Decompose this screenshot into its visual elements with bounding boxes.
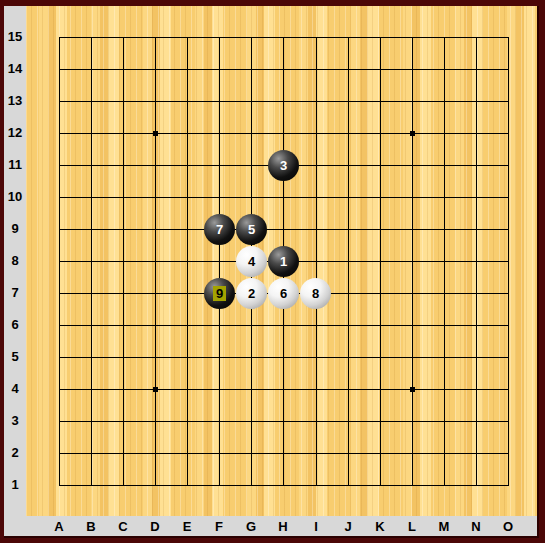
column-label: A bbox=[49, 519, 69, 534]
grid-line-vertical bbox=[508, 37, 509, 486]
move-4-white-stone: 4 bbox=[236, 246, 267, 277]
move-number: 7 bbox=[216, 223, 223, 236]
column-label: K bbox=[370, 519, 390, 534]
row-label: 13 bbox=[4, 93, 26, 108]
column-label: J bbox=[338, 519, 358, 534]
column-label: N bbox=[466, 519, 486, 534]
row-label: 8 bbox=[4, 253, 26, 268]
move-3-black-stone: 3 bbox=[268, 150, 299, 181]
grid-line-vertical bbox=[316, 37, 317, 486]
row-label: 4 bbox=[4, 381, 26, 396]
move-number: 8 bbox=[312, 287, 319, 300]
move-number: 6 bbox=[280, 287, 287, 300]
column-label: G bbox=[241, 519, 261, 534]
column-label: I bbox=[306, 519, 326, 534]
column-label: M bbox=[434, 519, 454, 534]
move-number: 4 bbox=[248, 255, 255, 268]
grid-line-horizontal bbox=[59, 229, 509, 230]
move-number: 5 bbox=[248, 223, 255, 236]
move-5-black-stone: 5 bbox=[236, 214, 267, 245]
move-1-black-stone: 1 bbox=[268, 246, 299, 277]
column-label: E bbox=[177, 519, 197, 534]
grid-line-vertical bbox=[380, 37, 381, 486]
move-2-white-stone: 2 bbox=[236, 278, 267, 309]
row-label: 11 bbox=[4, 157, 26, 172]
last-move-number-highlight: 9 bbox=[213, 286, 226, 301]
move-number: 1 bbox=[280, 255, 287, 268]
row-label: 9 bbox=[4, 221, 26, 236]
star-point bbox=[153, 131, 158, 136]
grid-line-horizontal bbox=[59, 37, 509, 38]
go-board-window: 123456789 151413121110987654321ABCDEFGHI… bbox=[0, 0, 545, 543]
row-label: 5 bbox=[4, 349, 26, 364]
move-number: 2 bbox=[248, 287, 255, 300]
star-point bbox=[410, 131, 415, 136]
grid-line-horizontal bbox=[59, 101, 509, 102]
move-6-white-stone: 6 bbox=[268, 278, 299, 309]
row-label: 10 bbox=[4, 189, 26, 204]
column-label: H bbox=[273, 519, 293, 534]
row-label: 7 bbox=[4, 285, 26, 300]
star-point bbox=[410, 387, 415, 392]
column-label: L bbox=[402, 519, 422, 534]
column-label: F bbox=[209, 519, 229, 534]
move-9-black-stone: 9 bbox=[204, 278, 235, 309]
grid-line-horizontal bbox=[59, 325, 509, 326]
move-8-white-stone: 8 bbox=[300, 278, 331, 309]
row-label: 14 bbox=[4, 61, 26, 76]
row-label: 6 bbox=[4, 317, 26, 332]
grid-line-horizontal bbox=[59, 357, 509, 358]
star-point bbox=[153, 387, 158, 392]
row-label: 15 bbox=[4, 29, 26, 44]
grid-line-horizontal bbox=[59, 133, 509, 134]
grid-line-horizontal bbox=[59, 389, 509, 390]
grid-line-horizontal bbox=[59, 69, 509, 70]
move-7-black-stone: 7 bbox=[204, 214, 235, 245]
goban-surface[interactable]: 123456789 bbox=[26, 6, 537, 516]
grid-line-horizontal bbox=[59, 197, 509, 198]
row-label: 2 bbox=[4, 445, 26, 460]
grid-line-vertical bbox=[444, 37, 445, 486]
column-label: C bbox=[113, 519, 133, 534]
grid-line-vertical bbox=[476, 37, 477, 486]
column-label: B bbox=[81, 519, 101, 534]
grid-line-vertical bbox=[348, 37, 349, 486]
row-label: 12 bbox=[4, 125, 26, 140]
column-label: O bbox=[498, 519, 518, 534]
grid-line-vertical bbox=[412, 37, 413, 486]
grid-line-horizontal bbox=[59, 421, 509, 422]
grid-line-horizontal bbox=[59, 453, 509, 454]
row-label: 1 bbox=[4, 477, 26, 492]
move-number: 3 bbox=[280, 159, 287, 172]
grid-line-horizontal bbox=[59, 485, 509, 486]
column-label: D bbox=[145, 519, 165, 534]
row-label: 3 bbox=[4, 413, 26, 428]
board-panel: 123456789 151413121110987654321ABCDEFGHI… bbox=[4, 6, 539, 538]
